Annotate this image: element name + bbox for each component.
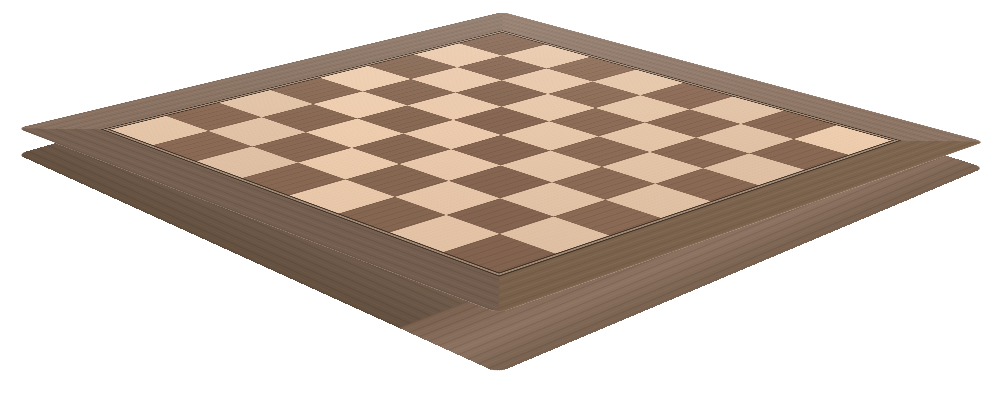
- chess-board: [17, 12, 984, 313]
- camera-tilt: [0, 0, 1000, 408]
- product-photo-stage: [0, 0, 1000, 408]
- board-scene: [154, 0, 847, 408]
